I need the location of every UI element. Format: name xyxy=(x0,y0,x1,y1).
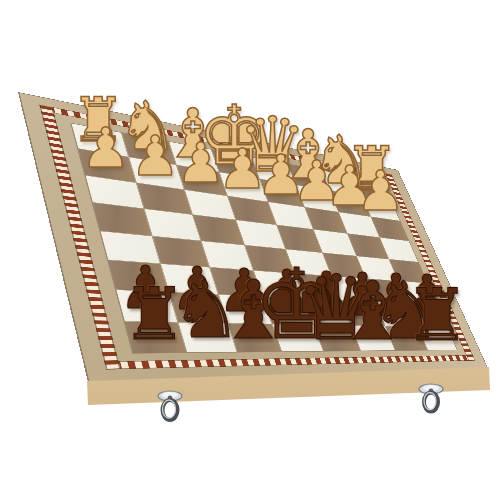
metal-clasp-left-icon xyxy=(155,390,185,426)
piece-black-rook-a8[interactable]: ♜ xyxy=(405,279,470,351)
piece-white-pawn-a2[interactable]: ♟ xyxy=(356,163,405,218)
product-photo-stage: ♜♞♝♚♛♝♞♜♟♟♟♟♟♟♟♟♟♟♟♟♟♟♟♟♜♞♝♚♛♝♞♜ xyxy=(0,0,500,500)
piece-white-pawn-g2[interactable]: ♟ xyxy=(131,128,180,183)
metal-clasp-right-icon xyxy=(416,383,446,419)
piece-white-pawn-h2[interactable]: ♟ xyxy=(81,120,130,175)
